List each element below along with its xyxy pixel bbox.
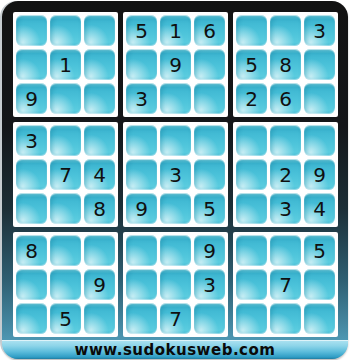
box-3-1: 895 — [13, 232, 118, 337]
cell-r4c4[interactable] — [126, 125, 157, 156]
cell-r1c3[interactable] — [84, 15, 115, 46]
cell-r5c6[interactable] — [194, 159, 225, 190]
cell-r5c4[interactable] — [126, 159, 157, 190]
cell-r3c1[interactable]: 9 — [16, 83, 47, 114]
cell-r6c9[interactable]: 4 — [304, 193, 335, 224]
cell-r2c6[interactable] — [194, 49, 225, 80]
box-3-2: 937 — [123, 232, 228, 337]
cell-r7c4[interactable] — [126, 235, 157, 266]
cell-r9c3[interactable] — [84, 303, 115, 334]
cell-r3c2[interactable] — [50, 83, 81, 114]
cell-r8c8[interactable]: 7 — [270, 269, 301, 300]
cell-r6c8[interactable]: 3 — [270, 193, 301, 224]
cell-r9c5[interactable]: 7 — [160, 303, 191, 334]
cell-r8c4[interactable] — [126, 269, 157, 300]
cell-r8c5[interactable] — [160, 269, 191, 300]
cell-r8c9[interactable] — [304, 269, 335, 300]
sudoku-frame: 1951693358263748395293489593757 www.sudo… — [2, 1, 348, 359]
cell-r1c9[interactable]: 3 — [304, 15, 335, 46]
cell-r4c3[interactable] — [84, 125, 115, 156]
cell-r9c2[interactable]: 5 — [50, 303, 81, 334]
cell-r2c3[interactable] — [84, 49, 115, 80]
cell-r5c2[interactable]: 7 — [50, 159, 81, 190]
cell-r9c1[interactable] — [16, 303, 47, 334]
cell-r3c5[interactable] — [160, 83, 191, 114]
cell-r5c7[interactable] — [236, 159, 267, 190]
cell-r1c5[interactable]: 1 — [160, 15, 191, 46]
cell-r6c5[interactable] — [160, 193, 191, 224]
cell-r1c7[interactable] — [236, 15, 267, 46]
cell-r7c2[interactable] — [50, 235, 81, 266]
cell-r8c6[interactable]: 3 — [194, 269, 225, 300]
cell-r2c7[interactable]: 5 — [236, 49, 267, 80]
cell-r6c3[interactable]: 8 — [84, 193, 115, 224]
cell-r6c1[interactable] — [16, 193, 47, 224]
cell-r8c1[interactable] — [16, 269, 47, 300]
cell-r7c6[interactable]: 9 — [194, 235, 225, 266]
cell-r4c8[interactable] — [270, 125, 301, 156]
cell-r6c6[interactable]: 5 — [194, 193, 225, 224]
site-link[interactable]: www.sudokusweb.com — [75, 341, 276, 359]
cell-r4c1[interactable]: 3 — [16, 125, 47, 156]
cell-r9c4[interactable] — [126, 303, 157, 334]
cell-r7c1[interactable]: 8 — [16, 235, 47, 266]
box-1-2: 51693 — [123, 12, 228, 117]
cell-r1c8[interactable] — [270, 15, 301, 46]
cell-r9c8[interactable] — [270, 303, 301, 334]
cell-r3c6[interactable] — [194, 83, 225, 114]
sudoku-board: 1951693358263748395293489593757 — [13, 12, 337, 337]
box-2-2: 395 — [123, 122, 228, 227]
box-2-1: 3748 — [13, 122, 118, 227]
cell-r8c2[interactable] — [50, 269, 81, 300]
box-1-1: 19 — [13, 12, 118, 117]
cell-r1c4[interactable]: 5 — [126, 15, 157, 46]
footer-bar: www.sudokusweb.com — [2, 340, 348, 359]
box-2-3: 2934 — [233, 122, 338, 227]
cell-r6c2[interactable] — [50, 193, 81, 224]
cell-r6c4[interactable]: 9 — [126, 193, 157, 224]
cell-r7c8[interactable] — [270, 235, 301, 266]
cell-r8c7[interactable] — [236, 269, 267, 300]
cell-r5c5[interactable]: 3 — [160, 159, 191, 190]
cell-r2c1[interactable] — [16, 49, 47, 80]
cell-r4c9[interactable] — [304, 125, 335, 156]
cell-r3c8[interactable]: 6 — [270, 83, 301, 114]
cell-r3c7[interactable]: 2 — [236, 83, 267, 114]
cell-r2c4[interactable] — [126, 49, 157, 80]
box-3-3: 57 — [233, 232, 338, 337]
box-1-3: 35826 — [233, 12, 338, 117]
cell-r5c3[interactable]: 4 — [84, 159, 115, 190]
cell-r2c9[interactable] — [304, 49, 335, 80]
cell-r4c2[interactable] — [50, 125, 81, 156]
cell-r3c9[interactable] — [304, 83, 335, 114]
cell-r2c2[interactable]: 1 — [50, 49, 81, 80]
cell-r9c6[interactable] — [194, 303, 225, 334]
cell-r4c5[interactable] — [160, 125, 191, 156]
cell-r2c8[interactable]: 8 — [270, 49, 301, 80]
cell-r4c7[interactable] — [236, 125, 267, 156]
cell-r5c9[interactable]: 9 — [304, 159, 335, 190]
cell-r1c6[interactable]: 6 — [194, 15, 225, 46]
cell-r8c3[interactable]: 9 — [84, 269, 115, 300]
cell-r7c9[interactable]: 5 — [304, 235, 335, 266]
cell-r7c5[interactable] — [160, 235, 191, 266]
cell-r3c3[interactable] — [84, 83, 115, 114]
cell-r2c5[interactable]: 9 — [160, 49, 191, 80]
cell-r4c6[interactable] — [194, 125, 225, 156]
cell-r5c8[interactable]: 2 — [270, 159, 301, 190]
cell-r6c7[interactable] — [236, 193, 267, 224]
cell-r3c4[interactable]: 3 — [126, 83, 157, 114]
cell-r7c7[interactable] — [236, 235, 267, 266]
cell-r9c9[interactable] — [304, 303, 335, 334]
cell-r1c1[interactable] — [16, 15, 47, 46]
cell-r1c2[interactable] — [50, 15, 81, 46]
cell-r7c3[interactable] — [84, 235, 115, 266]
cell-r5c1[interactable] — [16, 159, 47, 190]
cell-r9c7[interactable] — [236, 303, 267, 334]
